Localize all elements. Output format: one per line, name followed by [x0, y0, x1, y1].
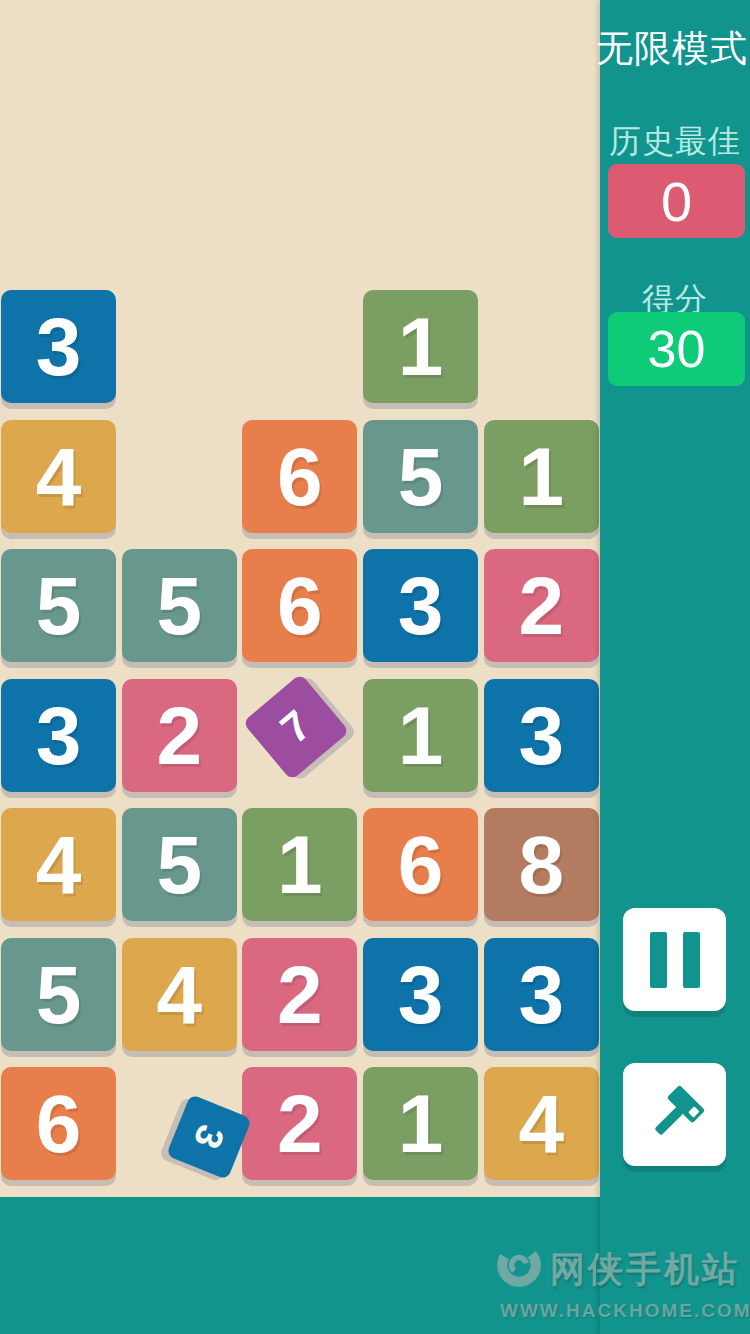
board-tile[interactable]: 5	[122, 808, 237, 921]
board-tile[interactable]: 6	[363, 808, 478, 921]
board-tile[interactable]: 4	[484, 1067, 599, 1180]
board-tile[interactable]: 5	[122, 549, 237, 662]
board-tile[interactable]: 2	[242, 1067, 357, 1180]
game-board: 3146515563232134516854233621473	[0, 0, 600, 1197]
falling-tile[interactable]: 7	[242, 673, 349, 780]
hammer-icon	[643, 1083, 707, 1147]
sidebar: 无限模式 历史最佳 0 得分 30	[600, 0, 750, 1334]
board-tile[interactable]: 3	[484, 938, 599, 1051]
board-tile[interactable]: 2	[484, 549, 599, 662]
board-tile[interactable]: 5	[1, 549, 116, 662]
board-tile[interactable]: 3	[1, 290, 116, 403]
falling-tile[interactable]: 3	[166, 1094, 252, 1180]
board-tile[interactable]: 5	[1, 938, 116, 1051]
board-tile[interactable]: 4	[1, 808, 116, 921]
pause-icon	[650, 932, 700, 988]
watermark-logo-icon	[492, 1238, 546, 1292]
mode-title: 无限模式	[596, 24, 750, 74]
board-tile[interactable]: 1	[363, 679, 478, 792]
best-score-value: 0	[608, 164, 745, 238]
board-tile[interactable]: 3	[484, 679, 599, 792]
board-tile[interactable]: 6	[242, 549, 357, 662]
board-tile[interactable]: 1	[242, 808, 357, 921]
board-tile[interactable]: 6	[1, 1067, 116, 1180]
board-tile[interactable]: 3	[363, 549, 478, 662]
board-tile[interactable]: 8	[484, 808, 599, 921]
hammer-button[interactable]	[623, 1063, 726, 1166]
board-tile[interactable]: 6	[242, 420, 357, 533]
best-score-label: 历史最佳	[600, 120, 750, 164]
board-tile[interactable]: 1	[363, 1067, 478, 1180]
game-screen: 3146515563232134516854233621473 无限模式 历史最…	[0, 0, 750, 1334]
board-tile[interactable]: 3	[363, 938, 478, 1051]
board-tile[interactable]: 5	[363, 420, 478, 533]
board-tile[interactable]: 1	[484, 420, 599, 533]
board-tile[interactable]: 4	[122, 938, 237, 1051]
board-tile[interactable]: 4	[1, 420, 116, 533]
board-tile[interactable]: 1	[363, 290, 478, 403]
board-tile[interactable]: 2	[122, 679, 237, 792]
board-tile[interactable]: 3	[1, 679, 116, 792]
score-value: 30	[608, 312, 745, 386]
board-tile[interactable]: 2	[242, 938, 357, 1051]
pause-button[interactable]	[623, 908, 726, 1011]
